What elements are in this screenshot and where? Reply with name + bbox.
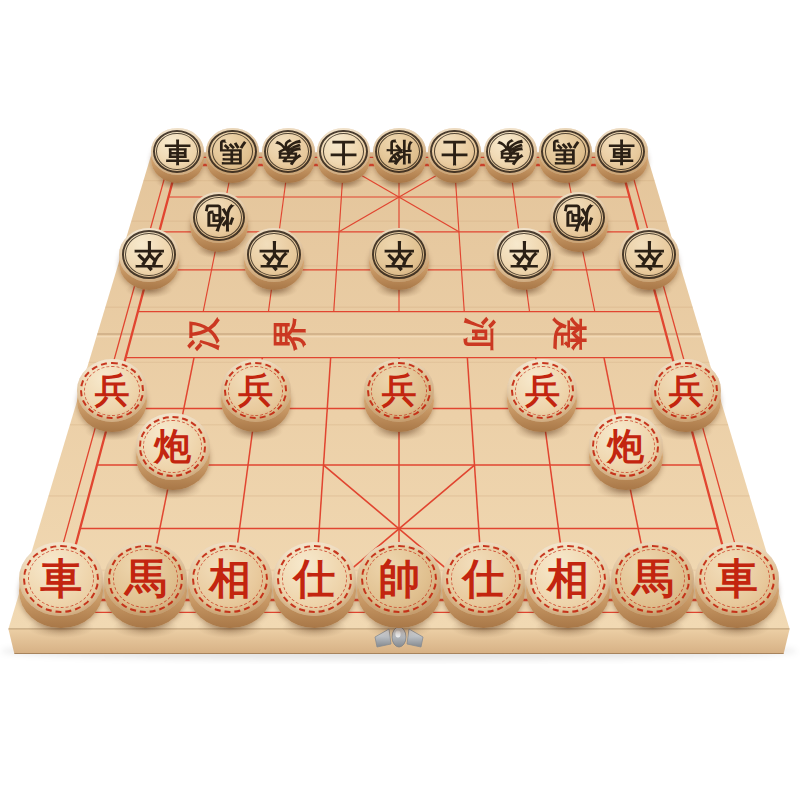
piece-black-general[interactable]: 將	[373, 128, 426, 187]
piece-face: 兵	[507, 359, 577, 422]
piece-black-soldier[interactable]: 卒	[119, 228, 179, 296]
piece-black-horse[interactable]: 馬	[206, 128, 259, 187]
piece-red-cannon[interactable]: 炮	[589, 413, 663, 496]
piece-character: 相	[547, 558, 589, 600]
pieces-layer: 車馬象士將士象馬車炮炮卒卒卒卒卒兵兵兵兵兵炮炮車馬相仕帥仕相馬車	[0, 0, 804, 804]
piece-character: 卒	[509, 240, 539, 270]
piece-face: 兵	[221, 359, 291, 422]
piece-character: 士	[330, 138, 357, 165]
piece-face: 卒	[619, 228, 679, 282]
piece-face: 相	[526, 542, 609, 617]
piece-red-elephant[interactable]: 相	[188, 542, 271, 635]
scene: 汉 界 河 楚 車馬象士將士象馬車炮炮卒卒卒卒卒兵兵兵兵兵炮炮車馬相仕帥仕相馬車	[0, 0, 804, 804]
piece-black-horse[interactable]: 馬	[539, 128, 592, 187]
piece-character: 炮	[154, 428, 191, 465]
piece-black-advisor[interactable]: 士	[428, 128, 481, 187]
piece-character: 馬	[125, 558, 167, 600]
piece-face: 卒	[494, 228, 554, 282]
piece-character: 仕	[463, 558, 505, 600]
piece-character: 馬	[219, 138, 246, 165]
piece-face: 炮	[589, 413, 663, 479]
piece-character: 卒	[259, 240, 289, 270]
piece-character: 將	[386, 138, 413, 165]
piece-black-soldier[interactable]: 卒	[494, 228, 554, 296]
piece-face: 將	[373, 128, 426, 176]
piece-character: 卒	[384, 240, 414, 270]
piece-character: 車	[608, 138, 635, 165]
piece-character: 車	[40, 558, 82, 600]
piece-black-cannon[interactable]: 炮	[190, 192, 248, 257]
piece-black-soldier[interactable]: 卒	[369, 228, 429, 296]
piece-character: 兵	[382, 373, 417, 408]
piece-face: 象	[484, 128, 537, 176]
piece-face: 車	[151, 128, 204, 176]
piece-face: 帥	[357, 542, 440, 617]
piece-face: 卒	[119, 228, 179, 282]
piece-black-chariot[interactable]: 車	[595, 128, 648, 187]
piece-red-soldier[interactable]: 兵	[221, 359, 291, 437]
piece-character: 炮	[607, 428, 644, 465]
piece-red-soldier[interactable]: 兵	[507, 359, 577, 437]
piece-red-advisor[interactable]: 仕	[273, 542, 356, 635]
piece-face: 馬	[104, 542, 187, 617]
piece-face: 馬	[206, 128, 259, 176]
piece-black-chariot[interactable]: 車	[151, 128, 204, 187]
piece-red-cannon[interactable]: 炮	[136, 413, 210, 496]
piece-character: 馬	[632, 558, 674, 600]
piece-character: 兵	[525, 373, 560, 408]
piece-character: 卒	[134, 240, 164, 270]
piece-character: 兵	[238, 373, 273, 408]
piece-red-horse[interactable]: 馬	[104, 542, 187, 635]
piece-character: 炮	[205, 203, 234, 232]
piece-face: 車	[695, 542, 778, 617]
piece-red-general[interactable]: 帥	[357, 542, 440, 635]
piece-face: 卒	[369, 228, 429, 282]
piece-character: 相	[209, 558, 251, 600]
piece-character: 象	[497, 138, 524, 165]
piece-black-soldier[interactable]: 卒	[244, 228, 304, 296]
piece-face: 炮	[190, 192, 248, 244]
piece-black-elephant[interactable]: 象	[484, 128, 537, 187]
piece-red-elephant[interactable]: 相	[526, 542, 609, 635]
piece-face: 士	[317, 128, 370, 176]
piece-face: 士	[428, 128, 481, 176]
piece-black-cannon[interactable]: 炮	[550, 192, 608, 257]
piece-character: 車	[716, 558, 758, 600]
piece-red-advisor[interactable]: 仕	[442, 542, 525, 635]
piece-character: 車	[164, 138, 191, 165]
piece-character: 帥	[378, 558, 420, 600]
piece-face: 仕	[442, 542, 525, 617]
piece-red-soldier[interactable]: 兵	[364, 359, 434, 437]
piece-character: 炮	[564, 203, 593, 232]
piece-character: 士	[441, 138, 468, 165]
piece-face: 炮	[550, 192, 608, 244]
piece-face: 車	[19, 542, 102, 617]
piece-face: 馬	[539, 128, 592, 176]
piece-face: 炮	[136, 413, 210, 479]
piece-red-horse[interactable]: 馬	[611, 542, 694, 635]
piece-character: 馬	[552, 138, 579, 165]
piece-face: 相	[188, 542, 271, 617]
piece-character: 仕	[294, 558, 336, 600]
piece-red-chariot[interactable]: 車	[19, 542, 102, 635]
piece-face: 象	[262, 128, 315, 176]
piece-face: 車	[595, 128, 648, 176]
piece-character: 兵	[95, 373, 130, 408]
piece-character: 象	[275, 138, 302, 165]
piece-face: 仕	[273, 542, 356, 617]
piece-black-advisor[interactable]: 士	[317, 128, 370, 187]
piece-black-elephant[interactable]: 象	[262, 128, 315, 187]
piece-face: 馬	[611, 542, 694, 617]
piece-black-soldier[interactable]: 卒	[619, 228, 679, 296]
piece-red-chariot[interactable]: 車	[695, 542, 778, 635]
piece-face: 兵	[364, 359, 434, 422]
piece-face: 卒	[244, 228, 304, 282]
piece-character: 卒	[634, 240, 664, 270]
piece-character: 兵	[668, 373, 703, 408]
